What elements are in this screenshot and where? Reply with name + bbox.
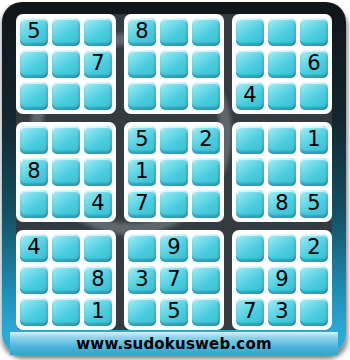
cell-r1c6[interactable] — [192, 18, 220, 46]
cell-r8c8[interactable]: 9 — [268, 266, 296, 294]
cell-r4c5[interactable] — [160, 126, 188, 154]
box-3-1: 481 — [16, 230, 116, 330]
cell-r6c2[interactable] — [52, 190, 80, 218]
cell-r1c1[interactable]: 5 — [20, 18, 48, 46]
cell-r8c7[interactable] — [236, 266, 264, 294]
cell-r3c6[interactable] — [192, 82, 220, 110]
box-1-2: 8 — [124, 14, 224, 114]
cell-r7c9[interactable]: 2 — [300, 234, 328, 262]
cell-r3c7[interactable]: 4 — [236, 82, 264, 110]
cell-r5c3[interactable] — [84, 158, 112, 186]
cell-r9c6[interactable] — [192, 298, 220, 326]
cell-r4c1[interactable] — [20, 126, 48, 154]
cell-r2c5[interactable] — [160, 50, 188, 78]
cell-r5c6[interactable] — [192, 158, 220, 186]
given-digit: 6 — [307, 53, 320, 74]
cell-r9c2[interactable] — [52, 298, 80, 326]
cell-r9c1[interactable] — [20, 298, 48, 326]
cell-r4c9[interactable]: 1 — [300, 126, 328, 154]
given-digit: 2 — [199, 129, 212, 150]
board-frame: 5786484521718548193752973 www.sudokusweb… — [2, 2, 346, 354]
cell-r6c4[interactable]: 7 — [128, 190, 156, 218]
cell-r7c5[interactable]: 9 — [160, 234, 188, 262]
given-digit: 7 — [135, 193, 148, 214]
cell-r9c4[interactable] — [128, 298, 156, 326]
cell-r1c7[interactable] — [236, 18, 264, 46]
cell-r3c2[interactable] — [52, 82, 80, 110]
cell-r9c9[interactable] — [300, 298, 328, 326]
cell-r5c9[interactable] — [300, 158, 328, 186]
given-digit: 9 — [167, 237, 180, 258]
cell-r2c7[interactable] — [236, 50, 264, 78]
sudoku-board: 5786484521718548193752973 — [16, 14, 332, 330]
cell-r4c8[interactable] — [268, 126, 296, 154]
cell-r8c2[interactable] — [52, 266, 80, 294]
cell-r8c6[interactable] — [192, 266, 220, 294]
box-2-2: 5217 — [124, 122, 224, 222]
sudoku-page: 5786484521718548193752973 www.sudokusweb… — [0, 0, 350, 360]
cell-r2c6[interactable] — [192, 50, 220, 78]
cell-r9c3[interactable]: 1 — [84, 298, 112, 326]
given-digit: 3 — [275, 301, 288, 322]
cell-r7c7[interactable] — [236, 234, 264, 262]
cell-r8c3[interactable]: 8 — [84, 266, 112, 294]
cell-r1c2[interactable] — [52, 18, 80, 46]
cell-r7c8[interactable] — [268, 234, 296, 262]
cell-r5c8[interactable] — [268, 158, 296, 186]
cell-r2c8[interactable] — [268, 50, 296, 78]
cell-r6c7[interactable] — [236, 190, 264, 218]
footer-band: www.sudokusweb.com — [10, 332, 338, 355]
cell-r8c1[interactable] — [20, 266, 48, 294]
cell-r3c8[interactable] — [268, 82, 296, 110]
box-1-3: 64 — [232, 14, 332, 114]
cell-r2c9[interactable]: 6 — [300, 50, 328, 78]
box-3-2: 9375 — [124, 230, 224, 330]
given-digit: 1 — [307, 129, 320, 150]
cell-r6c1[interactable] — [20, 190, 48, 218]
cell-r6c3[interactable]: 4 — [84, 190, 112, 218]
cell-r9c8[interactable]: 3 — [268, 298, 296, 326]
cell-r5c1[interactable]: 8 — [20, 158, 48, 186]
given-digit: 8 — [275, 193, 288, 214]
cell-r1c5[interactable] — [160, 18, 188, 46]
given-digit: 5 — [167, 301, 180, 322]
box-3-3: 2973 — [232, 230, 332, 330]
cell-r6c8[interactable]: 8 — [268, 190, 296, 218]
cell-r6c9[interactable]: 5 — [300, 190, 328, 218]
cell-r2c4[interactable] — [128, 50, 156, 78]
cell-r6c6[interactable] — [192, 190, 220, 218]
cell-r5c5[interactable] — [160, 158, 188, 186]
given-digit: 8 — [91, 269, 104, 290]
given-digit: 9 — [275, 269, 288, 290]
given-digit: 4 — [27, 237, 40, 258]
given-digit: 2 — [307, 237, 320, 258]
cell-r7c4[interactable] — [128, 234, 156, 262]
cell-r3c5[interactable] — [160, 82, 188, 110]
cell-r1c9[interactable] — [300, 18, 328, 46]
given-digit: 1 — [135, 161, 148, 182]
cell-r3c9[interactable] — [300, 82, 328, 110]
given-digit: 4 — [91, 193, 104, 214]
given-digit: 5 — [27, 21, 40, 42]
cell-r7c2[interactable] — [52, 234, 80, 262]
cell-r4c4[interactable]: 5 — [128, 126, 156, 154]
given-digit: 8 — [27, 161, 40, 182]
box-2-3: 185 — [232, 122, 332, 222]
given-digit: 3 — [135, 269, 148, 290]
cell-r4c6[interactable]: 2 — [192, 126, 220, 154]
cell-r2c1[interactable] — [20, 50, 48, 78]
box-2-1: 84 — [16, 122, 116, 222]
cell-r4c3[interactable] — [84, 126, 112, 154]
given-digit: 5 — [307, 193, 320, 214]
given-digit: 8 — [135, 21, 148, 42]
box-1-1: 57 — [16, 14, 116, 114]
cell-r8c5[interactable]: 7 — [160, 266, 188, 294]
given-digit: 7 — [91, 53, 104, 74]
cell-r5c2[interactable] — [52, 158, 80, 186]
cell-r3c4[interactable] — [128, 82, 156, 110]
cell-r7c3[interactable] — [84, 234, 112, 262]
cell-r7c1[interactable]: 4 — [20, 234, 48, 262]
cell-r5c7[interactable] — [236, 158, 264, 186]
cell-r4c7[interactable] — [236, 126, 264, 154]
given-digit: 1 — [91, 301, 104, 322]
cell-r9c7[interactable]: 7 — [236, 298, 264, 326]
cell-r4c2[interactable] — [52, 126, 80, 154]
cell-r1c3[interactable] — [84, 18, 112, 46]
given-digit: 7 — [167, 269, 180, 290]
cell-r2c3[interactable]: 7 — [84, 50, 112, 78]
cell-r2c2[interactable] — [52, 50, 80, 78]
cell-r3c1[interactable] — [20, 82, 48, 110]
given-digit: 7 — [243, 301, 256, 322]
cell-r1c8[interactable] — [268, 18, 296, 46]
cell-r8c4[interactable]: 3 — [128, 266, 156, 294]
given-digit: 4 — [243, 85, 256, 106]
website-url: www.sudokusweb.com — [76, 335, 271, 353]
given-digit: 5 — [135, 129, 148, 150]
cell-r3c3[interactable] — [84, 82, 112, 110]
cell-r1c4[interactable]: 8 — [128, 18, 156, 46]
cell-r6c5[interactable] — [160, 190, 188, 218]
cell-r5c4[interactable]: 1 — [128, 158, 156, 186]
cell-r9c5[interactable]: 5 — [160, 298, 188, 326]
cell-r7c6[interactable] — [192, 234, 220, 262]
cell-r8c9[interactable] — [300, 266, 328, 294]
